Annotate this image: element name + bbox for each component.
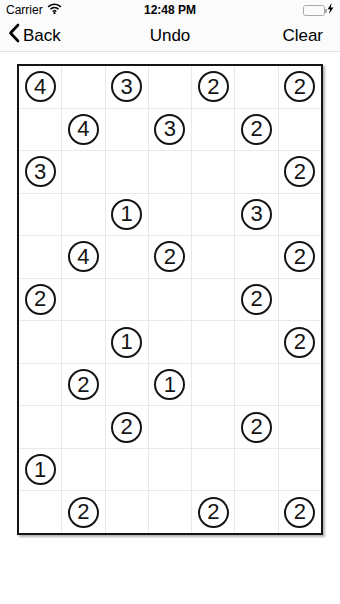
cell-r2c4[interactable]: 3: [149, 109, 191, 151]
island-circle[interactable]: 2: [284, 241, 315, 272]
cell-r9c6[interactable]: 2: [235, 406, 277, 448]
cell-r7c4: [149, 321, 191, 363]
island-circle[interactable]: 2: [25, 284, 56, 315]
cell-r10c4: [149, 449, 191, 491]
island-circle[interactable]: 2: [68, 369, 99, 400]
cell-r11c4: [149, 491, 191, 533]
cell-r7c7[interactable]: 2: [279, 321, 321, 363]
cell-r4c6[interactable]: 3: [235, 194, 277, 236]
island-circle[interactable]: 2: [68, 497, 99, 528]
puzzle-board[interactable]: 43224323213422221221221222: [17, 64, 323, 535]
cell-r9c4: [149, 406, 191, 448]
cell-r1c6: [235, 66, 277, 108]
cell-r4c5: [192, 194, 234, 236]
cell-r5c6: [235, 236, 277, 278]
cell-r9c7: [279, 406, 321, 448]
island-circle[interactable]: 1: [111, 199, 142, 230]
island-circle[interactable]: 2: [284, 156, 315, 187]
cell-r9c1: [19, 406, 61, 448]
cell-r2c1: [19, 109, 61, 151]
wifi-icon: [47, 3, 62, 17]
island-circle[interactable]: 4: [68, 241, 99, 272]
cell-r11c1: [19, 491, 61, 533]
cell-r5c7[interactable]: 2: [279, 236, 321, 278]
cell-r3c7[interactable]: 2: [279, 151, 321, 193]
island-circle[interactable]: 2: [241, 412, 272, 443]
island-circle[interactable]: 2: [198, 497, 229, 528]
cell-r6c3: [106, 279, 148, 321]
cell-r4c1: [19, 194, 61, 236]
cell-r3c2: [62, 151, 104, 193]
cell-r10c7: [279, 449, 321, 491]
cell-r2c5: [192, 109, 234, 151]
cell-r9c3[interactable]: 2: [106, 406, 148, 448]
cell-r10c1[interactable]: 1: [19, 449, 61, 491]
cell-r11c2[interactable]: 2: [62, 491, 104, 533]
cell-r5c2[interactable]: 4: [62, 236, 104, 278]
island-circle[interactable]: 3: [25, 156, 56, 187]
cell-r1c1[interactable]: 4: [19, 66, 61, 108]
cell-r2c3: [106, 109, 148, 151]
cell-r4c2: [62, 194, 104, 236]
cell-r8c6: [235, 364, 277, 406]
island-circle[interactable]: 2: [241, 114, 272, 145]
island-circle[interactable]: 1: [154, 369, 185, 400]
cell-r1c4: [149, 66, 191, 108]
cell-r5c1: [19, 236, 61, 278]
island-circle[interactable]: 2: [284, 71, 315, 102]
cell-r5c3: [106, 236, 148, 278]
clear-button[interactable]: Clear: [282, 26, 340, 46]
cell-r6c2: [62, 279, 104, 321]
cell-r6c5: [192, 279, 234, 321]
nav-bar: Back Undo Clear: [0, 20, 340, 52]
cell-r6c4: [149, 279, 191, 321]
cell-r3c4: [149, 151, 191, 193]
cell-r3c1[interactable]: 3: [19, 151, 61, 193]
cell-r4c4: [149, 194, 191, 236]
island-circle[interactable]: 3: [154, 114, 185, 145]
cell-r8c4[interactable]: 1: [149, 364, 191, 406]
cell-r1c5[interactable]: 2: [192, 66, 234, 108]
status-bar: Carrier 12:48 PM: [0, 0, 340, 20]
cell-r9c2: [62, 406, 104, 448]
island-circle[interactable]: 3: [241, 199, 272, 230]
cell-r10c6: [235, 449, 277, 491]
cell-r2c2[interactable]: 4: [62, 109, 104, 151]
cell-r3c6: [235, 151, 277, 193]
cell-r7c5: [192, 321, 234, 363]
cell-r1c7[interactable]: 2: [279, 66, 321, 108]
island-circle[interactable]: 4: [68, 114, 99, 145]
cell-r5c5: [192, 236, 234, 278]
carrier-label: Carrier: [6, 3, 43, 17]
island-circle[interactable]: 1: [111, 327, 142, 358]
cell-r6c1[interactable]: 2: [19, 279, 61, 321]
cell-r5c4[interactable]: 2: [149, 236, 191, 278]
cell-r8c1: [19, 364, 61, 406]
island-circle[interactable]: 2: [111, 412, 142, 443]
cell-r11c7[interactable]: 2: [279, 491, 321, 533]
cell-r1c2: [62, 66, 104, 108]
cell-r10c2: [62, 449, 104, 491]
cell-r8c2[interactable]: 2: [62, 364, 104, 406]
cell-r7c2: [62, 321, 104, 363]
back-label: Back: [23, 26, 61, 46]
cell-r10c5: [192, 449, 234, 491]
island-circle[interactable]: 2: [198, 71, 229, 102]
undo-button[interactable]: Undo: [150, 26, 191, 46]
charging-bolt-icon: [327, 3, 334, 17]
island-circle[interactable]: 3: [111, 71, 142, 102]
cell-r3c3: [106, 151, 148, 193]
island-circle[interactable]: 2: [154, 241, 185, 272]
cell-r7c6: [235, 321, 277, 363]
cell-r2c6[interactable]: 2: [235, 109, 277, 151]
cell-r4c3[interactable]: 1: [106, 194, 148, 236]
cell-r3c5: [192, 151, 234, 193]
cell-r7c1: [19, 321, 61, 363]
cell-r9c5: [192, 406, 234, 448]
cell-r11c3: [106, 491, 148, 533]
cell-r8c7: [279, 364, 321, 406]
battery-icon: [303, 5, 325, 16]
cell-r8c3: [106, 364, 148, 406]
island-circle[interactable]: 1: [25, 454, 56, 485]
island-circle[interactable]: 4: [25, 71, 56, 102]
cell-r4c7: [279, 194, 321, 236]
cell-r1c3[interactable]: 3: [106, 66, 148, 108]
island-circle[interactable]: 2: [241, 284, 272, 315]
cell-r6c7: [279, 279, 321, 321]
back-chevron-icon: [8, 23, 20, 48]
cell-r8c5: [192, 364, 234, 406]
cell-r11c6: [235, 491, 277, 533]
back-button[interactable]: Back: [0, 23, 61, 48]
cell-r10c3: [106, 449, 148, 491]
cell-r11c5[interactable]: 2: [192, 491, 234, 533]
cell-r7c3[interactable]: 1: [106, 321, 148, 363]
island-circle[interactable]: 2: [284, 497, 315, 528]
cell-r6c6[interactable]: 2: [235, 279, 277, 321]
island-circle[interactable]: 2: [284, 327, 315, 358]
cell-r2c7: [279, 109, 321, 151]
